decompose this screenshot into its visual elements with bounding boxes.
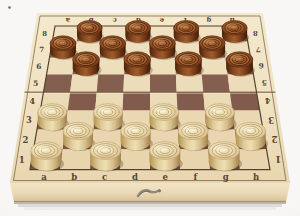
piece-specular-highlight: [180, 55, 191, 60]
piece-dark-e7[interactable]: [150, 36, 178, 60]
piece-light-d2[interactable]: [121, 122, 153, 151]
photo-scene: aabbccddeeffgghh8877665544332211: [0, 0, 300, 216]
piece-dark-g7[interactable]: [199, 36, 227, 60]
piece-light-a1[interactable]: [31, 142, 64, 172]
piece-specular-highlight: [126, 126, 139, 132]
file-label-top-c: c: [113, 16, 117, 24]
piece-dark-f8[interactable]: [174, 21, 201, 44]
piece-specular-highlight: [227, 24, 238, 29]
file-label-bottom-h: h: [253, 172, 259, 182]
square-a6: [47, 58, 75, 75]
rank-label-right-2: 2: [271, 134, 277, 144]
piece-specular-highlight: [154, 39, 165, 44]
square-e5[interactable]: [150, 75, 177, 93]
rank-label-right-8: 8: [253, 29, 258, 37]
file-label-bottom-d: d: [132, 172, 138, 182]
piece-specular-highlight: [104, 39, 115, 44]
piece-specular-highlight: [204, 39, 215, 44]
rank-label-right-6: 6: [259, 61, 264, 70]
square-c6: [98, 58, 125, 75]
square-d1: [120, 149, 150, 169]
latch-knob: [158, 189, 161, 192]
file-label-bottom-b: b: [71, 172, 77, 182]
square-f5: [176, 75, 203, 93]
rank-label-left-7: 7: [39, 45, 44, 54]
rank-label-left-4: 4: [30, 97, 36, 106]
file-label-bottom-e: e: [162, 172, 168, 182]
board-shadow: [24, 207, 276, 210]
piece-specular-highlight: [155, 107, 167, 112]
square-f4[interactable]: [177, 92, 205, 110]
piece-specular-highlight: [82, 24, 93, 29]
piece-dark-d6[interactable]: [124, 52, 153, 77]
piece-specular-highlight: [241, 126, 254, 132]
rank-label-right-7: 7: [256, 45, 261, 54]
piece-light-b2[interactable]: [63, 122, 95, 151]
file-label-top-g: g: [206, 16, 211, 24]
checkers-board: aabbccddeeffgghh8877665544332211: [0, 0, 300, 216]
square-b1: [60, 149, 92, 169]
rank-label-left-1: 1: [19, 155, 25, 165]
square-d4[interactable]: [123, 92, 150, 110]
file-label-top-a: a: [65, 16, 70, 24]
piece-light-h2[interactable]: [236, 122, 268, 151]
piece-dark-d8[interactable]: [125, 21, 152, 44]
rank-label-right-4: 4: [264, 96, 270, 105]
square-h5: [228, 75, 257, 93]
rank-label-left-2: 2: [23, 135, 29, 145]
square-g6: [200, 58, 227, 75]
square-a5[interactable]: [43, 75, 72, 93]
piece-specular-highlight: [129, 55, 140, 60]
rank-label-left-8: 8: [42, 30, 47, 38]
piece-light-e3[interactable]: [149, 104, 180, 132]
piece-specular-highlight: [231, 55, 242, 60]
piece-specular-highlight: [43, 107, 55, 112]
photo-speck: [8, 6, 11, 9]
board-shadow: [14, 201, 286, 204]
piece-light-c1[interactable]: [90, 142, 123, 172]
file-label-bottom-a: a: [41, 172, 47, 182]
piece-dark-c7[interactable]: [100, 36, 128, 60]
piece-dark-b6[interactable]: [73, 52, 102, 77]
piece-specular-highlight: [96, 145, 109, 151]
file-label-bottom-c: c: [102, 172, 107, 182]
piece-specular-highlight: [78, 55, 89, 60]
rank-label-left-6: 6: [36, 62, 41, 71]
piece-specular-highlight: [211, 107, 223, 112]
piece-dark-h8[interactable]: [222, 21, 249, 44]
square-g5[interactable]: [202, 75, 230, 93]
piece-specular-highlight: [36, 145, 49, 151]
file-label-top-e: e: [159, 16, 164, 24]
piece-specular-highlight: [178, 24, 189, 29]
piece-light-g1[interactable]: [209, 142, 242, 172]
rank-label-right-3: 3: [268, 115, 274, 125]
square-b4[interactable]: [68, 92, 97, 110]
piece-dark-f6[interactable]: [175, 52, 204, 77]
piece-specular-highlight: [155, 145, 168, 151]
piece-dark-b8[interactable]: [77, 21, 104, 44]
rank-label-right-5: 5: [262, 78, 267, 87]
square-e6: [150, 58, 176, 75]
piece-specular-highlight: [68, 126, 81, 132]
piece-light-e1[interactable]: [149, 142, 182, 172]
piece-light-g3[interactable]: [205, 104, 236, 132]
square-f1: [179, 149, 210, 169]
board-shadow: [18, 204, 282, 207]
rank-label-right-1: 1: [275, 154, 281, 164]
piece-light-c3[interactable]: [94, 104, 125, 132]
piece-specular-highlight: [214, 145, 227, 151]
piece-dark-h6[interactable]: [226, 52, 255, 77]
square-h1: [237, 149, 270, 169]
square-b5: [70, 75, 98, 93]
piece-specular-highlight: [99, 107, 111, 112]
square-d5: [123, 75, 150, 93]
piece-specular-highlight: [130, 24, 141, 29]
rank-label-left-3: 3: [26, 115, 32, 125]
file-label-bottom-g: g: [223, 172, 229, 182]
square-c5[interactable]: [97, 75, 124, 93]
square-h4[interactable]: [230, 92, 260, 110]
rank-label-left-5: 5: [33, 79, 38, 88]
piece-specular-highlight: [184, 126, 197, 132]
piece-specular-highlight: [55, 39, 66, 44]
piece-light-f2[interactable]: [178, 122, 210, 151]
